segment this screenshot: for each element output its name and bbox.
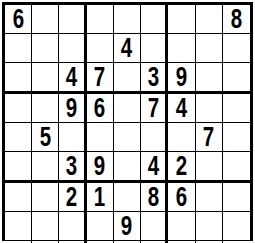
- cell-r6c2[interactable]: [32, 152, 59, 183]
- cell-r3c1[interactable]: [5, 63, 32, 94]
- cell-r6c3[interactable]: 3: [59, 152, 86, 183]
- given-digit: 2: [176, 152, 187, 180]
- cell-r8c2[interactable]: [32, 212, 59, 241]
- cell-r1c7[interactable]: [168, 5, 195, 34]
- cell-r6c1[interactable]: [5, 152, 32, 183]
- cell-r6c8[interactable]: [196, 152, 223, 183]
- cell-r8c3[interactable]: [59, 212, 86, 241]
- cell-r1c9[interactable]: 8: [223, 5, 250, 34]
- cell-r5c6[interactable]: [141, 123, 168, 152]
- cell-r2c7[interactable]: [168, 34, 195, 63]
- cell-r5c9[interactable]: [223, 123, 250, 152]
- given-digit: 2: [66, 183, 77, 211]
- cell-r4c7[interactable]: 4: [168, 94, 195, 123]
- cell-r3c6[interactable]: 3: [141, 63, 168, 94]
- cell-r1c8[interactable]: [196, 5, 223, 34]
- cell-r8c1[interactable]: [5, 212, 32, 241]
- cell-r4c4[interactable]: 6: [87, 94, 114, 123]
- given-digit: 9: [176, 63, 187, 91]
- cell-r8c4[interactable]: [87, 212, 114, 241]
- given-digit: 6: [12, 5, 23, 33]
- given-digit: 8: [231, 5, 242, 33]
- given-digit: 7: [148, 94, 159, 122]
- cell-r4c1[interactable]: [5, 94, 32, 123]
- cell-r2c6[interactable]: [141, 34, 168, 63]
- cell-r3c8[interactable]: [196, 63, 223, 94]
- cell-r1c6[interactable]: [141, 5, 168, 34]
- cell-r5c5[interactable]: [114, 123, 141, 152]
- sudoku-page: 684473996745739422186981: [0, 0, 255, 243]
- cell-r7c6[interactable]: 8: [141, 183, 168, 212]
- given-digit: 3: [66, 152, 77, 180]
- cell-r2c4[interactable]: [87, 34, 114, 63]
- cell-r2c1[interactable]: [5, 34, 32, 63]
- given-digit: 7: [203, 123, 214, 151]
- cell-r4c9[interactable]: [223, 94, 250, 123]
- cell-r5c4[interactable]: [87, 123, 114, 152]
- cell-r1c5[interactable]: [114, 5, 141, 34]
- sudoku-board: 684473996745739422186981: [2, 2, 253, 241]
- given-digit: 1: [94, 183, 105, 211]
- cell-r6c7[interactable]: 2: [168, 152, 195, 183]
- cell-r1c3[interactable]: [59, 5, 86, 34]
- given-digit: 9: [94, 152, 105, 180]
- given-digit: 9: [121, 212, 132, 240]
- cell-r7c7[interactable]: 6: [168, 183, 195, 212]
- cell-r1c4[interactable]: [87, 5, 114, 34]
- cell-r7c5[interactable]: [114, 183, 141, 212]
- given-digit: 6: [176, 183, 187, 211]
- cell-r6c4[interactable]: 9: [87, 152, 114, 183]
- cell-r2c2[interactable]: [32, 34, 59, 63]
- cell-r7c4[interactable]: 1: [87, 183, 114, 212]
- given-digit: 3: [148, 63, 159, 91]
- cell-r8c8[interactable]: [196, 212, 223, 241]
- cell-r6c9[interactable]: [223, 152, 250, 183]
- cell-r3c2[interactable]: [32, 63, 59, 94]
- cell-r7c8[interactable]: [196, 183, 223, 212]
- cell-r8c7[interactable]: [168, 212, 195, 241]
- cell-r4c5[interactable]: [114, 94, 141, 123]
- cell-r7c3[interactable]: 2: [59, 183, 86, 212]
- cell-r1c1[interactable]: 6: [5, 5, 32, 34]
- cell-r6c5[interactable]: [114, 152, 141, 183]
- cell-r3c3[interactable]: 4: [59, 63, 86, 94]
- cell-r8c9[interactable]: [223, 212, 250, 241]
- cell-r6c6[interactable]: 4: [141, 152, 168, 183]
- given-digit: 4: [148, 152, 159, 180]
- cell-r3c4[interactable]: 7: [87, 63, 114, 94]
- cell-r7c1[interactable]: [5, 183, 32, 212]
- cell-r4c8[interactable]: [196, 94, 223, 123]
- given-digit: 7: [94, 63, 105, 91]
- given-digit: 5: [40, 123, 51, 151]
- cell-r5c1[interactable]: [5, 123, 32, 152]
- cell-r5c2[interactable]: 5: [32, 123, 59, 152]
- cell-r2c3[interactable]: [59, 34, 86, 63]
- given-digit: 9: [66, 94, 77, 122]
- cell-r1c2[interactable]: [32, 5, 59, 34]
- given-digit: 8: [148, 183, 159, 211]
- cell-r2c5[interactable]: 4: [114, 34, 141, 63]
- cell-r5c8[interactable]: 7: [196, 123, 223, 152]
- cell-r3c7[interactable]: 9: [168, 63, 195, 94]
- cell-r3c9[interactable]: [223, 63, 250, 94]
- given-digit: 4: [66, 63, 77, 91]
- cell-r2c9[interactable]: [223, 34, 250, 63]
- cell-r7c9[interactable]: [223, 183, 250, 212]
- cell-r8c5[interactable]: 9: [114, 212, 141, 241]
- cell-r8c6[interactable]: [141, 212, 168, 241]
- cell-r7c2[interactable]: [32, 183, 59, 212]
- given-digit: 4: [176, 94, 187, 122]
- cell-r4c6[interactable]: 7: [141, 94, 168, 123]
- cell-r3c5[interactable]: [114, 63, 141, 94]
- cell-r5c3[interactable]: [59, 123, 86, 152]
- cell-r5c7[interactable]: [168, 123, 195, 152]
- given-digit: 6: [94, 94, 105, 122]
- cell-r2c8[interactable]: [196, 34, 223, 63]
- cell-r4c3[interactable]: 9: [59, 94, 86, 123]
- given-digit: 4: [121, 34, 132, 62]
- cell-r4c2[interactable]: [32, 94, 59, 123]
